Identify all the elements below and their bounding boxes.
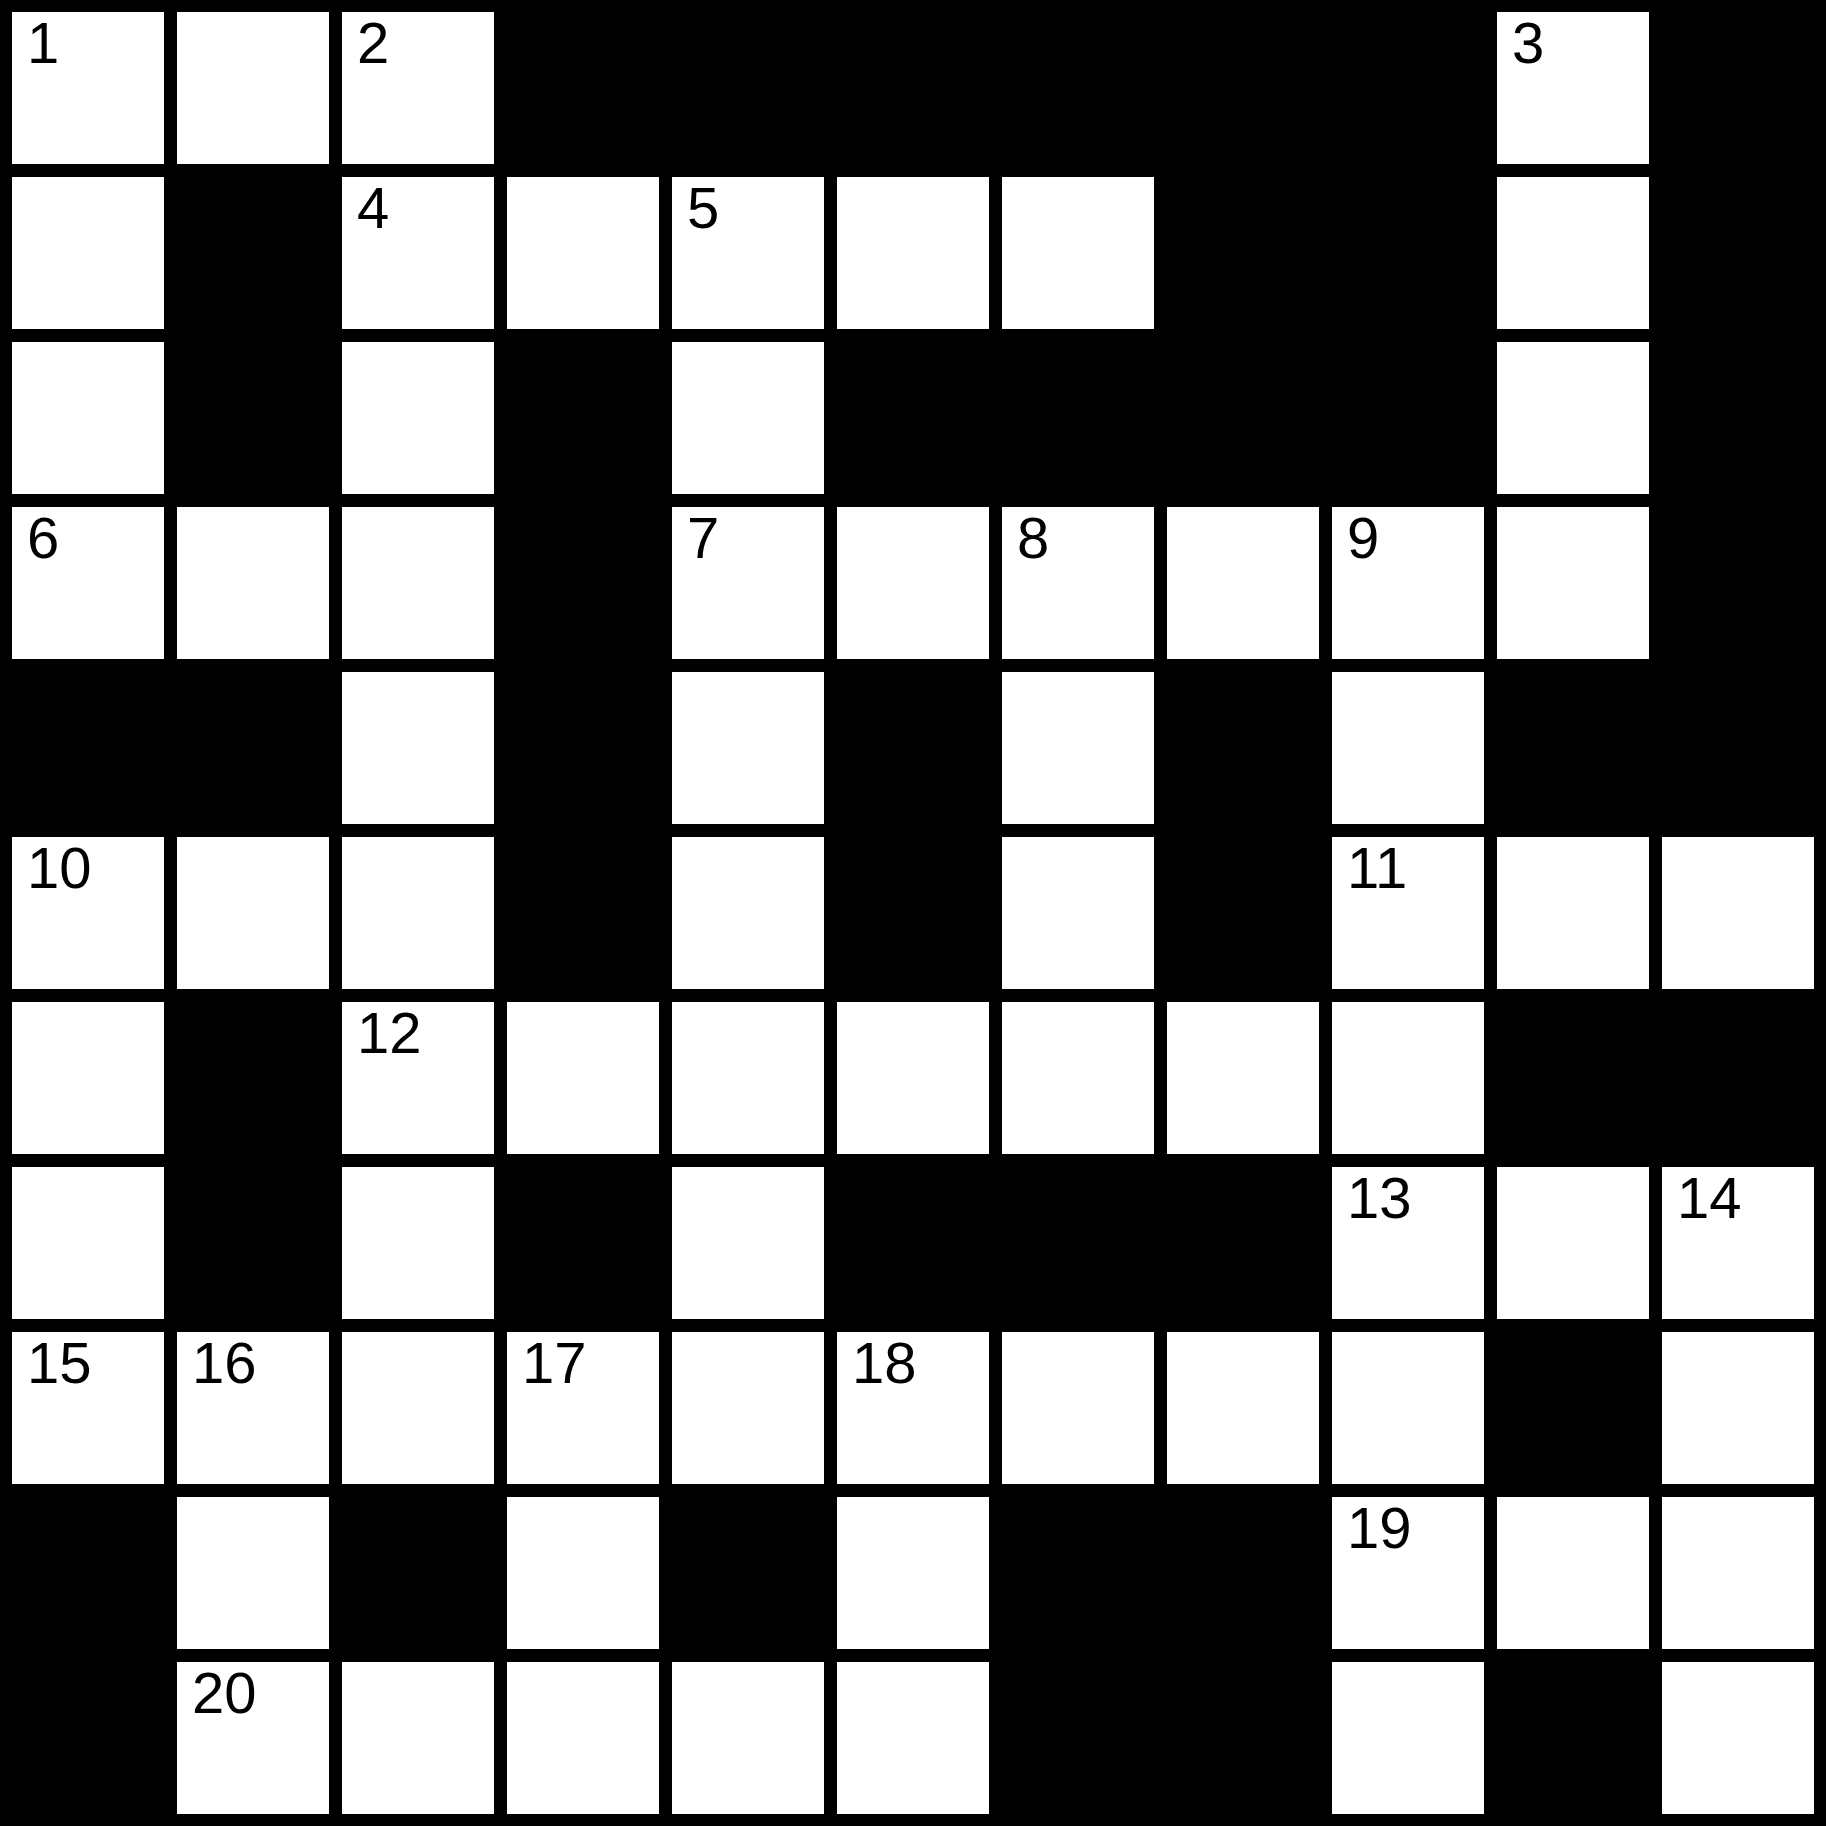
- grid-cell[interactable]: 20: [177, 1662, 329, 1814]
- grid-cell[interactable]: [672, 342, 824, 494]
- grid-cell[interactable]: [12, 1002, 164, 1154]
- black-cell: [837, 342, 989, 494]
- black-cell: [1497, 1662, 1649, 1814]
- black-cell: [1167, 672, 1319, 824]
- grid-cell[interactable]: [1002, 672, 1154, 824]
- clue-number: 13: [1347, 1168, 1412, 1229]
- grid-cell[interactable]: 15: [12, 1332, 164, 1484]
- black-cell: [177, 342, 329, 494]
- grid-cell[interactable]: 8: [1002, 507, 1154, 659]
- grid-cell[interactable]: [1332, 672, 1484, 824]
- grid-cell[interactable]: [342, 1332, 494, 1484]
- black-cell: [1332, 12, 1484, 164]
- black-cell: [1662, 1002, 1814, 1154]
- black-cell: [1002, 12, 1154, 164]
- black-cell: [507, 672, 659, 824]
- black-cell: [1167, 342, 1319, 494]
- grid-cell[interactable]: [507, 1002, 659, 1154]
- black-cell: [1332, 177, 1484, 329]
- clue-number: 7: [687, 508, 719, 569]
- grid-cell[interactable]: [342, 672, 494, 824]
- black-cell: [507, 507, 659, 659]
- grid-cell[interactable]: [12, 342, 164, 494]
- black-cell: [672, 1497, 824, 1649]
- grid-cell[interactable]: [177, 1497, 329, 1649]
- clue-number: 1: [27, 13, 59, 74]
- grid-cell[interactable]: [1497, 837, 1649, 989]
- clue-number: 6: [27, 508, 59, 569]
- black-cell: [12, 1662, 164, 1814]
- grid-cell[interactable]: [1002, 1002, 1154, 1154]
- grid-cell[interactable]: [672, 837, 824, 989]
- grid-cell[interactable]: [342, 342, 494, 494]
- grid-cell[interactable]: 16: [177, 1332, 329, 1484]
- black-cell: [12, 672, 164, 824]
- black-cell: [1002, 1662, 1154, 1814]
- clue-number: 10: [27, 838, 92, 899]
- grid-cell[interactable]: [342, 837, 494, 989]
- grid-cell[interactable]: [837, 507, 989, 659]
- clue-number: 9: [1347, 508, 1379, 569]
- black-cell: [1002, 1167, 1154, 1319]
- grid-cell[interactable]: [342, 1167, 494, 1319]
- grid-cell[interactable]: [672, 672, 824, 824]
- grid-cell[interactable]: [1662, 1332, 1814, 1484]
- black-cell: [507, 1167, 659, 1319]
- crossword-board: 1234567891011121314151617181920: [0, 0, 1826, 1826]
- clue-number: 18: [852, 1333, 917, 1394]
- grid-cell[interactable]: [1662, 1497, 1814, 1649]
- grid-cell[interactable]: [342, 507, 494, 659]
- clue-number: 19: [1347, 1498, 1412, 1559]
- grid-cell[interactable]: 18: [837, 1332, 989, 1484]
- grid-cell[interactable]: [1167, 507, 1319, 659]
- grid-cell[interactable]: 1: [12, 12, 164, 164]
- grid-cell[interactable]: 4: [342, 177, 494, 329]
- black-cell: [1497, 1332, 1649, 1484]
- black-cell: [177, 177, 329, 329]
- grid-cell[interactable]: 12: [342, 1002, 494, 1154]
- grid-cell[interactable]: 5: [672, 177, 824, 329]
- black-cell: [1002, 1497, 1154, 1649]
- grid-cell[interactable]: [1167, 1002, 1319, 1154]
- grid-cell[interactable]: 19: [1332, 1497, 1484, 1649]
- grid-cell[interactable]: [177, 507, 329, 659]
- black-cell: [177, 1167, 329, 1319]
- grid-cell[interactable]: [507, 1662, 659, 1814]
- grid-cell[interactable]: [1497, 507, 1649, 659]
- black-cell: [1167, 837, 1319, 989]
- clue-number: 15: [27, 1333, 92, 1394]
- grid-cell[interactable]: [672, 1002, 824, 1154]
- clue-number: 20: [192, 1663, 257, 1724]
- grid-cell[interactable]: [1332, 1002, 1484, 1154]
- grid-cell[interactable]: [837, 1002, 989, 1154]
- clue-number: 2: [357, 13, 389, 74]
- black-cell: [507, 12, 659, 164]
- black-cell: [1167, 1662, 1319, 1814]
- black-cell: [1167, 1167, 1319, 1319]
- black-cell: [1662, 507, 1814, 659]
- clue-number: 17: [522, 1333, 587, 1394]
- grid-cell[interactable]: 6: [12, 507, 164, 659]
- grid-cell[interactable]: [507, 1497, 659, 1649]
- clue-number: 14: [1677, 1168, 1742, 1229]
- grid-cell[interactable]: [837, 1662, 989, 1814]
- grid-cell[interactable]: [1497, 177, 1649, 329]
- grid-cell[interactable]: 2: [342, 12, 494, 164]
- black-cell: [177, 1002, 329, 1154]
- clue-number: 4: [357, 178, 389, 239]
- grid-cell[interactable]: [672, 1662, 824, 1814]
- black-cell: [342, 1497, 494, 1649]
- grid-cell[interactable]: [672, 1167, 824, 1319]
- clue-number: 16: [192, 1333, 257, 1394]
- black-cell: [1332, 342, 1484, 494]
- grid-cell[interactable]: [1167, 1332, 1319, 1484]
- grid-cell[interactable]: [12, 1167, 164, 1319]
- black-cell: [177, 672, 329, 824]
- grid-cell[interactable]: [1497, 1167, 1649, 1319]
- grid-cell[interactable]: [177, 12, 329, 164]
- grid-cell[interactable]: [837, 177, 989, 329]
- grid-cell[interactable]: 10: [12, 837, 164, 989]
- grid-cell[interactable]: [1662, 1662, 1814, 1814]
- grid-cell[interactable]: [672, 1332, 824, 1484]
- grid-cell[interactable]: [507, 177, 659, 329]
- grid-cell[interactable]: [1497, 1497, 1649, 1649]
- clue-number: 12: [357, 1003, 422, 1064]
- grid-cell[interactable]: 7: [672, 507, 824, 659]
- clue-number: 8: [1017, 508, 1049, 569]
- grid-cell[interactable]: [1332, 1332, 1484, 1484]
- grid-cell[interactable]: [342, 1662, 494, 1814]
- clue-number: 3: [1512, 13, 1544, 74]
- black-cell: [507, 342, 659, 494]
- grid-cell[interactable]: 17: [507, 1332, 659, 1484]
- grid-cell[interactable]: [1332, 1662, 1484, 1814]
- black-cell: [837, 1167, 989, 1319]
- grid-cell[interactable]: [177, 837, 329, 989]
- grid-cell[interactable]: [1497, 342, 1649, 494]
- grid-cell[interactable]: 13: [1332, 1167, 1484, 1319]
- black-cell: [837, 837, 989, 989]
- grid-cell[interactable]: 11: [1332, 837, 1484, 989]
- grid-cell[interactable]: [837, 1497, 989, 1649]
- black-cell: [837, 672, 989, 824]
- black-cell: [1497, 1002, 1649, 1154]
- black-cell: [1167, 12, 1319, 164]
- black-cell: [1497, 672, 1649, 824]
- grid-cell[interactable]: [1002, 1332, 1154, 1484]
- black-cell: [1662, 177, 1814, 329]
- grid-cell[interactable]: [1002, 837, 1154, 989]
- grid-cell[interactable]: 9: [1332, 507, 1484, 659]
- grid-cell[interactable]: 14: [1662, 1167, 1814, 1319]
- black-cell: [672, 12, 824, 164]
- black-cell: [1662, 672, 1814, 824]
- black-cell: [1167, 1497, 1319, 1649]
- grid-cell[interactable]: [1002, 177, 1154, 329]
- black-cell: [507, 837, 659, 989]
- grid-cell[interactable]: 3: [1497, 12, 1649, 164]
- black-cell: [1662, 12, 1814, 164]
- black-cell: [1662, 342, 1814, 494]
- black-cell: [12, 1497, 164, 1649]
- grid-cell[interactable]: [1662, 837, 1814, 989]
- black-cell: [1002, 342, 1154, 494]
- clue-number: 11: [1347, 838, 1407, 899]
- black-cell: [837, 12, 989, 164]
- black-cell: [1167, 177, 1319, 329]
- grid-cell[interactable]: [12, 177, 164, 329]
- clue-number: 5: [687, 178, 719, 239]
